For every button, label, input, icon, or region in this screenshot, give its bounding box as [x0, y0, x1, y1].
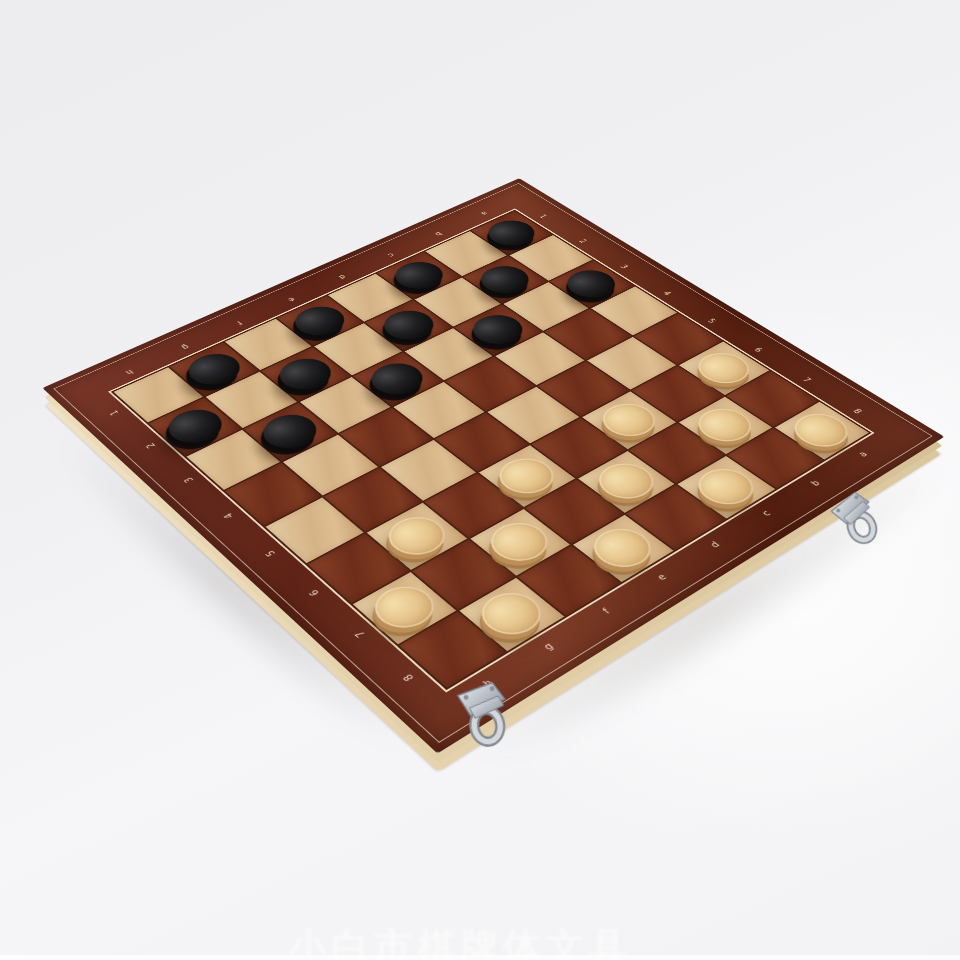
- square-g8[interactable]: [459, 578, 564, 651]
- board-top-surface: hgfedcba hgfedcba 12345678 12345678: [42, 178, 944, 753]
- file-labels-bottom: hgfedcba: [450, 435, 893, 708]
- white-checker-d7[interactable]: [588, 457, 665, 506]
- coordinate-label-e: e: [627, 555, 695, 599]
- white-checker-a8[interactable]: [784, 407, 859, 453]
- square-g5[interactable]: [324, 468, 421, 531]
- square-e5[interactable]: [435, 413, 529, 472]
- checkers-board-3d: hgfedcba hgfedcba 12345678 12345678: [42, 178, 944, 753]
- coordinate-label-4: 4: [192, 496, 264, 537]
- square-g7[interactable]: [412, 540, 514, 610]
- product-photo-scene: hgfedcba hgfedcba 12345678 12345678 小白市棋…: [0, 0, 960, 960]
- square-c8[interactable]: [677, 456, 774, 518]
- coordinate-label-g: g: [511, 623, 584, 670]
- coordinate-label-6: 6: [277, 571, 351, 616]
- coordinate-label-f: f: [570, 588, 641, 634]
- coordinate-label-h: h: [450, 658, 525, 708]
- white-checker-c8[interactable]: [687, 462, 765, 512]
- square-f4[interactable]: [339, 408, 432, 466]
- white-checker-f7[interactable]: [480, 515, 560, 568]
- coordinate-label-d: d: [681, 524, 747, 566]
- square-f5[interactable]: [381, 440, 476, 501]
- square-f6[interactable]: [424, 474, 522, 538]
- square-e7[interactable]: [525, 479, 623, 543]
- white-checker-e8[interactable]: [583, 521, 663, 575]
- white-checker-e6[interactable]: [489, 451, 566, 500]
- white-checker-h7[interactable]: [363, 579, 446, 637]
- square-h4[interactable]: [225, 463, 321, 526]
- coordinate-label-a: a: [832, 435, 893, 472]
- square-e8[interactable]: [573, 515, 674, 582]
- square-d8[interactable]: [626, 485, 725, 550]
- square-f8[interactable]: [517, 546, 620, 616]
- square-b8[interactable]: [727, 428, 823, 488]
- square-h8[interactable]: [399, 611, 505, 687]
- square-h6[interactable]: [308, 534, 409, 603]
- square-h3[interactable]: [186, 429, 280, 489]
- coordinate-label-5: 5: [233, 533, 306, 575]
- white-checker-g6[interactable]: [377, 510, 456, 563]
- rank-labels-left: 12345678: [88, 394, 441, 706]
- coordinate-label-2: 2: [115, 427, 184, 464]
- square-d6[interactable]: [532, 418, 626, 477]
- coordinate-label-7: 7: [322, 611, 397, 658]
- coordinate-label-b: b: [784, 464, 846, 503]
- square-h5[interactable]: [266, 497, 365, 563]
- square-d7[interactable]: [578, 451, 675, 513]
- coordinate-label-c: c: [733, 493, 797, 533]
- square-c7[interactable]: [629, 423, 724, 483]
- square-g4[interactable]: [283, 435, 378, 496]
- square-h7[interactable]: [353, 572, 457, 644]
- bottom-edge-strip: [0, 955, 960, 960]
- square-g6[interactable]: [367, 503, 466, 569]
- coordinate-label-8: 8: [370, 654, 446, 703]
- square-f7[interactable]: [470, 509, 570, 576]
- coordinate-label-3: 3: [153, 461, 223, 500]
- board-grid: [108, 208, 875, 692]
- white-checker-g8[interactable]: [470, 585, 553, 643]
- square-e6[interactable]: [479, 445, 575, 507]
- black-checker-g3[interactable]: [253, 408, 327, 454]
